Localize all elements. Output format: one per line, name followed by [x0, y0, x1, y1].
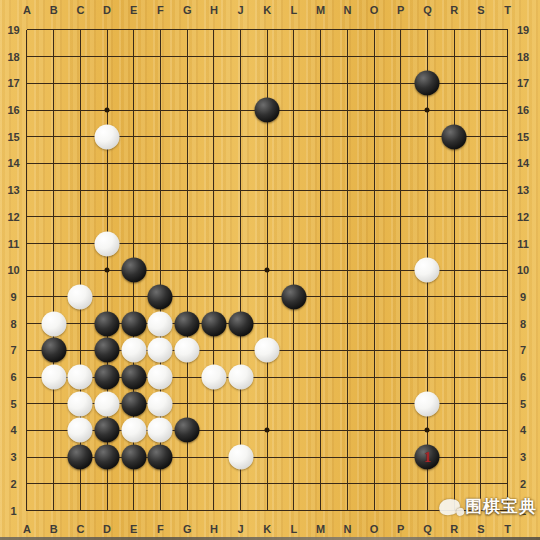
- intersection-A8[interactable]: [14, 310, 41, 337]
- intersection-H2[interactable]: [201, 471, 228, 498]
- intersection-A16[interactable]: [14, 97, 41, 124]
- intersection-O13[interactable]: [361, 177, 388, 204]
- intersection-R5[interactable]: [441, 390, 468, 417]
- intersection-K3[interactable]: [254, 444, 281, 471]
- intersection-G2[interactable]: [174, 471, 201, 498]
- intersection-N15[interactable]: [334, 123, 361, 150]
- intersection-K9[interactable]: [254, 284, 281, 311]
- intersection-L18[interactable]: [281, 43, 308, 70]
- intersection-Q16[interactable]: [414, 97, 441, 124]
- intersection-R19[interactable]: [441, 17, 468, 44]
- intersection-H19[interactable]: [201, 17, 228, 44]
- intersection-N3[interactable]: [334, 444, 361, 471]
- intersection-G16[interactable]: [174, 97, 201, 124]
- intersection-N6[interactable]: [334, 364, 361, 391]
- intersection-C12[interactable]: [67, 204, 94, 231]
- intersection-K8[interactable]: [254, 310, 281, 337]
- intersection-C1[interactable]: [67, 497, 94, 524]
- intersection-H12[interactable]: [201, 204, 228, 231]
- intersection-S18[interactable]: [468, 43, 495, 70]
- intersection-H7[interactable]: [201, 337, 228, 364]
- intersection-J12[interactable]: [227, 204, 254, 231]
- intersection-Q8[interactable]: [414, 310, 441, 337]
- intersection-D11[interactable]: [94, 230, 121, 257]
- intersection-L7[interactable]: [281, 337, 308, 364]
- intersection-R11[interactable]: [441, 230, 468, 257]
- intersection-B12[interactable]: [40, 204, 67, 231]
- intersection-F10[interactable]: [147, 257, 174, 284]
- intersection-F19[interactable]: [147, 17, 174, 44]
- intersection-Q15[interactable]: [414, 123, 441, 150]
- intersection-Q19[interactable]: [414, 17, 441, 44]
- intersection-O19[interactable]: [361, 17, 388, 44]
- intersection-M4[interactable]: [307, 417, 334, 444]
- intersection-G7[interactable]: [174, 337, 201, 364]
- intersection-O12[interactable]: [361, 204, 388, 231]
- intersection-P8[interactable]: [387, 310, 414, 337]
- intersection-H8[interactable]: [201, 310, 228, 337]
- intersection-M13[interactable]: [307, 177, 334, 204]
- intersection-A3[interactable]: [14, 444, 41, 471]
- intersection-H13[interactable]: [201, 177, 228, 204]
- intersection-P12[interactable]: [387, 204, 414, 231]
- intersection-G11[interactable]: [174, 230, 201, 257]
- intersection-A15[interactable]: [14, 123, 41, 150]
- intersection-O18[interactable]: [361, 43, 388, 70]
- intersection-A11[interactable]: [14, 230, 41, 257]
- intersection-D18[interactable]: [94, 43, 121, 70]
- intersection-L15[interactable]: [281, 123, 308, 150]
- intersection-H16[interactable]: [201, 97, 228, 124]
- intersection-O14[interactable]: [361, 150, 388, 177]
- intersection-K4[interactable]: [254, 417, 281, 444]
- intersection-L3[interactable]: [281, 444, 308, 471]
- intersection-P15[interactable]: [387, 123, 414, 150]
- intersection-H1[interactable]: [201, 497, 228, 524]
- intersection-N14[interactable]: [334, 150, 361, 177]
- intersection-L13[interactable]: [281, 177, 308, 204]
- intersection-F14[interactable]: [147, 150, 174, 177]
- intersection-L8[interactable]: [281, 310, 308, 337]
- intersection-S16[interactable]: [468, 97, 495, 124]
- intersection-L16[interactable]: [281, 97, 308, 124]
- intersection-C10[interactable]: [67, 257, 94, 284]
- intersection-E6[interactable]: [120, 364, 147, 391]
- intersection-S5[interactable]: [468, 390, 495, 417]
- intersection-M16[interactable]: [307, 97, 334, 124]
- intersection-G14[interactable]: [174, 150, 201, 177]
- intersection-C13[interactable]: [67, 177, 94, 204]
- intersection-J4[interactable]: [227, 417, 254, 444]
- intersection-E2[interactable]: [120, 471, 147, 498]
- intersection-M2[interactable]: [307, 471, 334, 498]
- intersection-K1[interactable]: [254, 497, 281, 524]
- intersection-B8[interactable]: [40, 310, 67, 337]
- intersection-G8[interactable]: [174, 310, 201, 337]
- intersection-M7[interactable]: [307, 337, 334, 364]
- intersection-E18[interactable]: [120, 43, 147, 70]
- intersection-N19[interactable]: [334, 17, 361, 44]
- intersection-Q1[interactable]: [414, 497, 441, 524]
- intersection-H17[interactable]: [201, 70, 228, 97]
- intersection-E13[interactable]: [120, 177, 147, 204]
- intersection-K18[interactable]: [254, 43, 281, 70]
- intersection-L10[interactable]: [281, 257, 308, 284]
- intersection-R9[interactable]: [441, 284, 468, 311]
- intersection-T17[interactable]: [494, 70, 521, 97]
- intersection-C19[interactable]: [67, 17, 94, 44]
- intersection-F18[interactable]: [147, 43, 174, 70]
- intersection-L5[interactable]: [281, 390, 308, 417]
- intersection-M10[interactable]: [307, 257, 334, 284]
- intersection-M11[interactable]: [307, 230, 334, 257]
- intersection-R8[interactable]: [441, 310, 468, 337]
- intersection-O2[interactable]: [361, 471, 388, 498]
- intersection-A1[interactable]: [14, 497, 41, 524]
- intersection-B16[interactable]: [40, 97, 67, 124]
- intersection-Q12[interactable]: [414, 204, 441, 231]
- intersection-N1[interactable]: [334, 497, 361, 524]
- intersection-S19[interactable]: [468, 17, 495, 44]
- intersection-S11[interactable]: [468, 230, 495, 257]
- intersection-B14[interactable]: [40, 150, 67, 177]
- intersection-F17[interactable]: [147, 70, 174, 97]
- intersection-A4[interactable]: [14, 417, 41, 444]
- intersection-P13[interactable]: [387, 177, 414, 204]
- intersection-O6[interactable]: [361, 364, 388, 391]
- intersection-B13[interactable]: [40, 177, 67, 204]
- intersection-A19[interactable]: [14, 17, 41, 44]
- intersection-O10[interactable]: [361, 257, 388, 284]
- intersection-B10[interactable]: [40, 257, 67, 284]
- intersection-S13[interactable]: [468, 177, 495, 204]
- intersection-K7[interactable]: [254, 337, 281, 364]
- intersection-C8[interactable]: [67, 310, 94, 337]
- intersection-O16[interactable]: [361, 97, 388, 124]
- intersection-O5[interactable]: [361, 390, 388, 417]
- intersection-J16[interactable]: [227, 97, 254, 124]
- intersection-B11[interactable]: [40, 230, 67, 257]
- intersection-P18[interactable]: [387, 43, 414, 70]
- intersection-J17[interactable]: [227, 70, 254, 97]
- intersection-O11[interactable]: [361, 230, 388, 257]
- intersection-Q9[interactable]: [414, 284, 441, 311]
- intersection-J3[interactable]: [227, 444, 254, 471]
- intersection-E1[interactable]: [120, 497, 147, 524]
- intersection-P11[interactable]: [387, 230, 414, 257]
- intersection-B4[interactable]: [40, 417, 67, 444]
- intersection-R7[interactable]: [441, 337, 468, 364]
- intersection-L2[interactable]: [281, 471, 308, 498]
- intersection-O3[interactable]: [361, 444, 388, 471]
- intersection-N10[interactable]: [334, 257, 361, 284]
- intersection-B15[interactable]: [40, 123, 67, 150]
- intersection-H9[interactable]: [201, 284, 228, 311]
- intersection-L4[interactable]: [281, 417, 308, 444]
- intersection-N2[interactable]: [334, 471, 361, 498]
- intersection-P7[interactable]: [387, 337, 414, 364]
- intersection-A5[interactable]: [14, 390, 41, 417]
- intersection-Q11[interactable]: [414, 230, 441, 257]
- intersection-G10[interactable]: [174, 257, 201, 284]
- intersection-E10[interactable]: [120, 257, 147, 284]
- intersection-J7[interactable]: [227, 337, 254, 364]
- intersection-G19[interactable]: [174, 17, 201, 44]
- intersection-M15[interactable]: [307, 123, 334, 150]
- intersection-J2[interactable]: [227, 471, 254, 498]
- intersection-C14[interactable]: [67, 150, 94, 177]
- intersection-D10[interactable]: [94, 257, 121, 284]
- intersection-L17[interactable]: [281, 70, 308, 97]
- intersection-N5[interactable]: [334, 390, 361, 417]
- intersection-D14[interactable]: [94, 150, 121, 177]
- intersection-D13[interactable]: [94, 177, 121, 204]
- intersection-Q2[interactable]: [414, 471, 441, 498]
- intersection-K16[interactable]: [254, 97, 281, 124]
- intersection-F15[interactable]: [147, 123, 174, 150]
- intersection-T19[interactable]: [494, 17, 521, 44]
- intersection-D6[interactable]: [94, 364, 121, 391]
- intersection-S15[interactable]: [468, 123, 495, 150]
- intersection-E7[interactable]: [120, 337, 147, 364]
- intersection-S6[interactable]: [468, 364, 495, 391]
- intersection-R12[interactable]: [441, 204, 468, 231]
- intersection-C17[interactable]: [67, 70, 94, 97]
- intersection-L12[interactable]: [281, 204, 308, 231]
- intersection-P4[interactable]: [387, 417, 414, 444]
- intersection-N9[interactable]: [334, 284, 361, 311]
- intersection-K2[interactable]: [254, 471, 281, 498]
- intersection-K5[interactable]: [254, 390, 281, 417]
- intersection-R3[interactable]: [441, 444, 468, 471]
- intersection-M18[interactable]: [307, 43, 334, 70]
- intersection-G1[interactable]: [174, 497, 201, 524]
- intersection-P16[interactable]: [387, 97, 414, 124]
- intersection-P9[interactable]: [387, 284, 414, 311]
- intersection-A7[interactable]: [14, 337, 41, 364]
- intersection-P5[interactable]: [387, 390, 414, 417]
- intersection-L1[interactable]: [281, 497, 308, 524]
- intersection-N17[interactable]: [334, 70, 361, 97]
- intersection-M17[interactable]: [307, 70, 334, 97]
- intersection-B7[interactable]: [40, 337, 67, 364]
- intersection-A13[interactable]: [14, 177, 41, 204]
- intersection-N4[interactable]: [334, 417, 361, 444]
- intersection-H18[interactable]: [201, 43, 228, 70]
- intersection-H14[interactable]: [201, 150, 228, 177]
- intersection-E9[interactable]: [120, 284, 147, 311]
- intersection-B5[interactable]: [40, 390, 67, 417]
- intersection-J19[interactable]: [227, 17, 254, 44]
- intersection-G12[interactable]: [174, 204, 201, 231]
- intersection-T14[interactable]: [494, 150, 521, 177]
- intersection-D19[interactable]: [94, 17, 121, 44]
- intersection-H5[interactable]: [201, 390, 228, 417]
- intersection-D2[interactable]: [94, 471, 121, 498]
- intersection-A14[interactable]: [14, 150, 41, 177]
- intersection-G5[interactable]: [174, 390, 201, 417]
- intersection-Q14[interactable]: [414, 150, 441, 177]
- intersection-R6[interactable]: [441, 364, 468, 391]
- intersection-N16[interactable]: [334, 97, 361, 124]
- intersection-R15[interactable]: [441, 123, 468, 150]
- intersection-R17[interactable]: [441, 70, 468, 97]
- intersection-D16[interactable]: [94, 97, 121, 124]
- intersection-P14[interactable]: [387, 150, 414, 177]
- intersection-M6[interactable]: [307, 364, 334, 391]
- intersection-E8[interactable]: [120, 310, 147, 337]
- intersection-B3[interactable]: [40, 444, 67, 471]
- intersection-N12[interactable]: [334, 204, 361, 231]
- intersection-E15[interactable]: [120, 123, 147, 150]
- intersection-F2[interactable]: [147, 471, 174, 498]
- intersection-M19[interactable]: [307, 17, 334, 44]
- intersection-F1[interactable]: [147, 497, 174, 524]
- intersection-B6[interactable]: [40, 364, 67, 391]
- intersection-M3[interactable]: [307, 444, 334, 471]
- intersection-T15[interactable]: [494, 123, 521, 150]
- intersection-O9[interactable]: [361, 284, 388, 311]
- intersection-Q6[interactable]: [414, 364, 441, 391]
- intersection-L6[interactable]: [281, 364, 308, 391]
- intersection-O15[interactable]: [361, 123, 388, 150]
- intersection-K12[interactable]: [254, 204, 281, 231]
- intersection-S9[interactable]: [468, 284, 495, 311]
- intersection-D7[interactable]: [94, 337, 121, 364]
- intersection-E19[interactable]: [120, 17, 147, 44]
- intersection-A17[interactable]: [14, 70, 41, 97]
- intersection-Q4[interactable]: [414, 417, 441, 444]
- intersection-D8[interactable]: [94, 310, 121, 337]
- intersection-D17[interactable]: [94, 70, 121, 97]
- intersection-A12[interactable]: [14, 204, 41, 231]
- intersection-J6[interactable]: [227, 364, 254, 391]
- intersection-E5[interactable]: [120, 390, 147, 417]
- intersection-C15[interactable]: [67, 123, 94, 150]
- intersection-T5[interactable]: [494, 390, 521, 417]
- intersection-O8[interactable]: [361, 310, 388, 337]
- intersection-Q10[interactable]: [414, 257, 441, 284]
- intersection-T11[interactable]: [494, 230, 521, 257]
- intersection-D4[interactable]: [94, 417, 121, 444]
- intersection-K17[interactable]: [254, 70, 281, 97]
- intersection-T7[interactable]: [494, 337, 521, 364]
- intersection-F5[interactable]: [147, 390, 174, 417]
- intersection-J15[interactable]: [227, 123, 254, 150]
- intersection-J14[interactable]: [227, 150, 254, 177]
- intersection-T8[interactable]: [494, 310, 521, 337]
- intersection-J10[interactable]: [227, 257, 254, 284]
- intersection-G15[interactable]: [174, 123, 201, 150]
- intersection-R13[interactable]: [441, 177, 468, 204]
- intersection-J5[interactable]: [227, 390, 254, 417]
- intersection-H11[interactable]: [201, 230, 228, 257]
- intersection-L14[interactable]: [281, 150, 308, 177]
- intersection-T6[interactable]: [494, 364, 521, 391]
- intersection-C3[interactable]: [67, 444, 94, 471]
- intersection-T12[interactable]: [494, 204, 521, 231]
- intersection-C7[interactable]: [67, 337, 94, 364]
- intersection-G18[interactable]: [174, 43, 201, 70]
- intersection-C4[interactable]: [67, 417, 94, 444]
- intersection-L11[interactable]: [281, 230, 308, 257]
- intersection-E4[interactable]: [120, 417, 147, 444]
- intersection-G9[interactable]: [174, 284, 201, 311]
- intersection-R16[interactable]: [441, 97, 468, 124]
- intersection-D5[interactable]: [94, 390, 121, 417]
- intersection-E12[interactable]: [120, 204, 147, 231]
- intersection-J8[interactable]: [227, 310, 254, 337]
- intersection-B17[interactable]: [40, 70, 67, 97]
- intersection-T9[interactable]: [494, 284, 521, 311]
- intersection-K19[interactable]: [254, 17, 281, 44]
- intersection-Q7[interactable]: [414, 337, 441, 364]
- intersection-C9[interactable]: [67, 284, 94, 311]
- intersection-P6[interactable]: [387, 364, 414, 391]
- intersection-S4[interactable]: [468, 417, 495, 444]
- intersection-C5[interactable]: [67, 390, 94, 417]
- intersection-T10[interactable]: [494, 257, 521, 284]
- intersection-P17[interactable]: [387, 70, 414, 97]
- intersection-B19[interactable]: [40, 17, 67, 44]
- intersection-K14[interactable]: [254, 150, 281, 177]
- intersection-P1[interactable]: [387, 497, 414, 524]
- intersection-F12[interactable]: [147, 204, 174, 231]
- intersection-T4[interactable]: [494, 417, 521, 444]
- intersection-E11[interactable]: [120, 230, 147, 257]
- intersection-M14[interactable]: [307, 150, 334, 177]
- intersection-M9[interactable]: [307, 284, 334, 311]
- intersection-N7[interactable]: [334, 337, 361, 364]
- intersection-J9[interactable]: [227, 284, 254, 311]
- intersection-A9[interactable]: [14, 284, 41, 311]
- intersection-T13[interactable]: [494, 177, 521, 204]
- intersection-C16[interactable]: [67, 97, 94, 124]
- intersection-K10[interactable]: [254, 257, 281, 284]
- intersection-T2[interactable]: [494, 471, 521, 498]
- intersection-F9[interactable]: [147, 284, 174, 311]
- intersection-A10[interactable]: [14, 257, 41, 284]
- intersection-S10[interactable]: [468, 257, 495, 284]
- intersection-O4[interactable]: [361, 417, 388, 444]
- intersection-Q17[interactable]: [414, 70, 441, 97]
- intersection-R4[interactable]: [441, 417, 468, 444]
- intersection-B1[interactable]: [40, 497, 67, 524]
- intersection-H6[interactable]: [201, 364, 228, 391]
- intersection-R18[interactable]: [441, 43, 468, 70]
- intersection-J1[interactable]: [227, 497, 254, 524]
- intersection-D3[interactable]: [94, 444, 121, 471]
- intersection-D15[interactable]: [94, 123, 121, 150]
- intersection-M5[interactable]: [307, 390, 334, 417]
- intersection-S14[interactable]: [468, 150, 495, 177]
- intersection-B2[interactable]: [40, 471, 67, 498]
- intersection-S3[interactable]: [468, 444, 495, 471]
- intersection-A6[interactable]: [14, 364, 41, 391]
- intersection-K13[interactable]: [254, 177, 281, 204]
- intersection-C11[interactable]: [67, 230, 94, 257]
- intersection-F7[interactable]: [147, 337, 174, 364]
- intersection-F8[interactable]: [147, 310, 174, 337]
- intersection-Q3[interactable]: 1: [414, 444, 441, 471]
- intersection-A18[interactable]: [14, 43, 41, 70]
- intersection-M12[interactable]: [307, 204, 334, 231]
- intersection-O1[interactable]: [361, 497, 388, 524]
- intersection-N11[interactable]: [334, 230, 361, 257]
- intersection-P2[interactable]: [387, 471, 414, 498]
- intersection-D1[interactable]: [94, 497, 121, 524]
- intersection-O17[interactable]: [361, 70, 388, 97]
